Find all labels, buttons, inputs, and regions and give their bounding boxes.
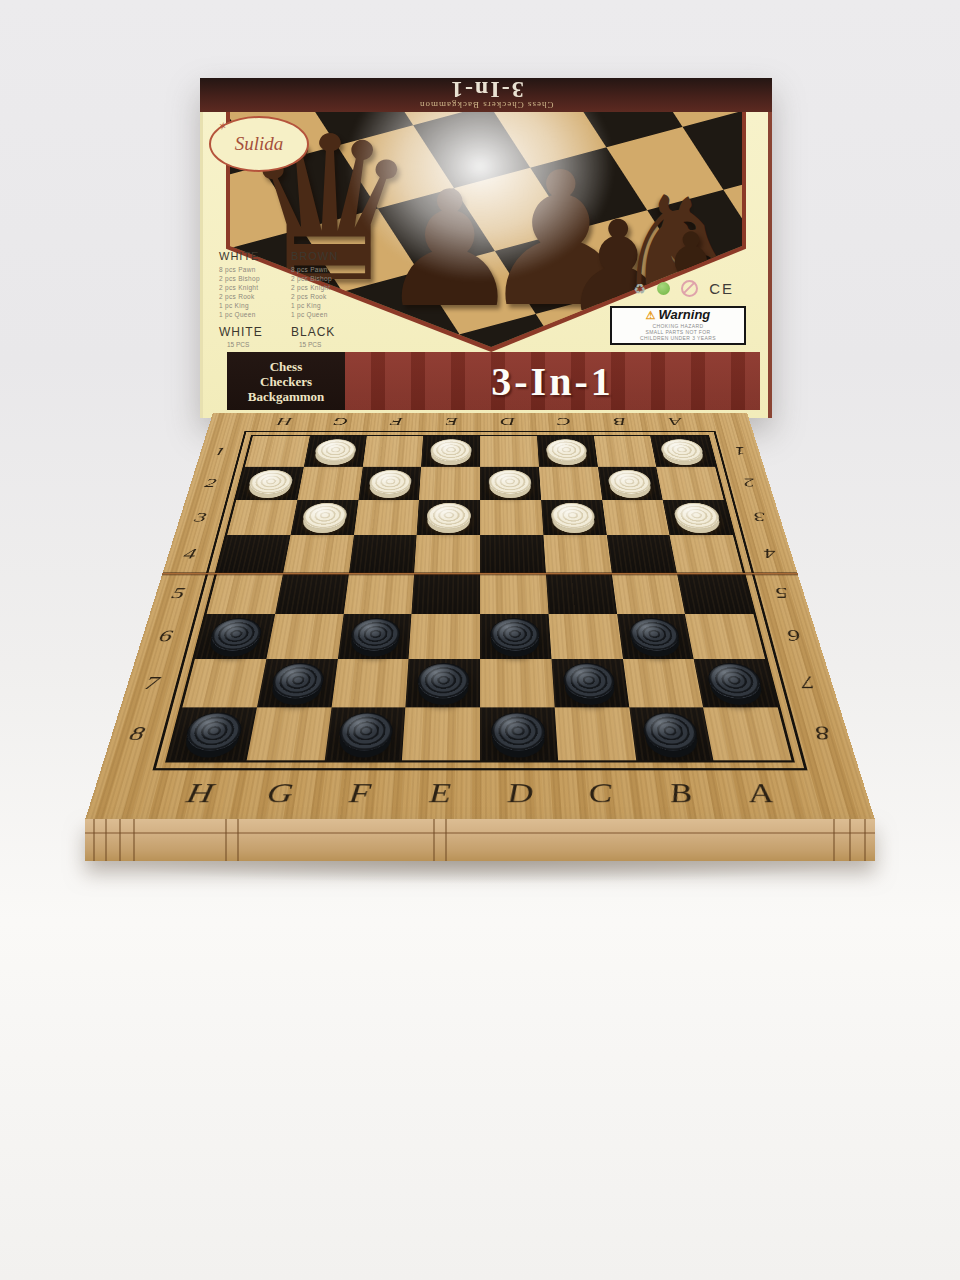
black-checker-E7[interactable] [417,663,469,699]
box-top-title: 3-In-1 [449,80,524,100]
square-F2[interactable] [358,467,421,500]
black-checker-F8[interactable] [337,712,394,751]
edge-groove [237,819,239,861]
contents-footer-col1-value: 15 PCS [227,341,299,348]
square-D7[interactable] [480,659,554,708]
box-front-panel: ♛ ♟ ♟ ♟ ♞ ♟ ✶ Sulida WHITE BROWN 8 pcs P [200,112,772,418]
square-A4[interactable] [670,535,743,573]
square-H5[interactable] [207,573,283,614]
contents-cell: 1 pc Queen [291,311,379,318]
box-top-subtitle: Chess Checkers Backgammon [419,100,553,110]
board-front-edge [85,819,875,861]
warning-label: ⚠ Warning CHOKING HAZARD SMALL PARTS NOT… [610,306,746,345]
square-C5[interactable] [546,573,617,614]
edge-groove [433,819,435,861]
game-name: Chess [270,359,303,374]
edge-groove [93,819,95,861]
column-label-bottom: B [637,769,725,818]
square-G1[interactable] [304,436,367,467]
square-G7[interactable] [257,659,338,708]
fold-seam [162,572,798,575]
square-F3[interactable] [354,500,420,535]
square-D3[interactable] [480,500,543,535]
games-list-block: Chess Checkers Backgammon [227,352,345,410]
contents-cell: 1 pc King [291,302,379,309]
board-shadow [70,858,890,884]
edge-groove [119,819,121,861]
contents-cell: 2 pcs Bishop [291,275,379,282]
board-squares [165,435,795,762]
black-checker-A7[interactable] [705,663,764,699]
square-C2[interactable] [539,467,602,500]
column-label-top: B [591,413,650,431]
square-C3[interactable] [541,500,607,535]
white-checker-C1[interactable] [545,439,588,461]
white-checker-E3[interactable] [426,503,470,529]
square-C1[interactable] [537,436,598,467]
square-D4[interactable] [480,535,546,573]
black-checker-H6[interactable] [207,618,264,651]
prohibition-icon [681,280,698,297]
square-F1[interactable] [362,436,423,467]
black-checker-D6[interactable] [490,618,540,651]
white-checker-H2[interactable] [247,470,295,494]
warning-line: CHILDREN UNDER 3 YEARS [614,335,742,341]
edge-groove [105,819,107,861]
square-E8[interactable] [402,707,480,760]
bottom-labels: HGFEDCBA [153,769,806,818]
black-checker-H8[interactable] [182,712,244,751]
product-box: 3-In-1 Chess Checkers Backgammon ♛ ♟ ♟ ♟… [200,78,772,418]
black-checker-B6[interactable] [627,618,681,651]
square-G6[interactable] [266,614,343,659]
board-frame [152,431,807,770]
square-G3[interactable] [290,500,358,535]
column-label-bottom: D [480,769,562,818]
square-G5[interactable] [275,573,349,614]
square-D5[interactable] [480,573,548,614]
square-C8[interactable] [554,707,635,760]
title-band: Chess Checkers Backgammon 3-In-1 [227,352,760,410]
square-E6[interactable] [409,614,480,659]
column-label-top: G [311,413,370,431]
contents-list: WHITE BROWN 8 pcs Pawn8 pcs Pawn2 pcs Bi… [219,250,379,348]
edge-groove [445,819,447,861]
black-checker-F6[interactable] [349,618,401,651]
contents-col2-header: BROWN [291,250,379,262]
edge-groove [849,819,851,861]
contents-cell: 1 pc Queen [219,311,291,318]
white-checker-D2[interactable] [489,470,532,494]
ce-mark: CE [709,280,734,297]
warning-triangle-icon: ⚠ [646,308,656,322]
column-label-top: H [254,413,314,431]
square-G8[interactable] [246,707,331,760]
black-checker-B8[interactable] [641,712,701,751]
square-A2[interactable] [656,467,723,500]
white-checker-F2[interactable] [368,470,412,494]
white-checker-C3[interactable] [550,503,596,529]
contents-cell: 1 pc King [219,302,291,309]
column-label-bottom: G [235,769,323,818]
square-H2[interactable] [236,467,303,500]
contents-cell: 2 pcs Knight [219,284,291,291]
square-D8[interactable] [480,707,558,760]
column-label-bottom: H [153,769,244,818]
contents-rows: 8 pcs Pawn8 pcs Pawn2 pcs Bishop2 pcs Bi… [219,266,379,318]
column-label-bottom: C [558,769,643,818]
square-F8[interactable] [324,707,405,760]
square-C4[interactable] [543,535,611,573]
cert-icons: ♻ CE [634,280,734,297]
square-H8[interactable] [169,707,257,760]
black-checker-D8[interactable] [491,712,546,751]
column-label-top: E [424,413,480,431]
square-C6[interactable] [548,614,622,659]
square-B5[interactable] [611,573,685,614]
black-checker-C7[interactable] [562,663,617,699]
square-D6[interactable] [480,614,551,659]
top-labels: HGFEDCBA [254,413,706,431]
column-label-top: C [535,413,593,431]
square-D1[interactable] [480,436,539,467]
square-A5[interactable] [677,573,753,614]
column-label-bottom: A [715,769,806,818]
square-H6[interactable] [195,614,275,659]
square-E4[interactable] [414,535,480,573]
edge-groove [133,819,135,861]
square-B7[interactable] [623,659,704,708]
product-title-block: 3-In-1 [345,352,760,410]
square-G2[interactable] [297,467,362,500]
column-label-top: A [646,413,706,431]
contents-cell: 8 pcs Pawn [219,266,291,273]
white-checker-G1[interactable] [313,439,357,461]
column-label-bottom: F [317,769,402,818]
square-F5[interactable] [343,573,414,614]
column-label-top: D [480,413,536,431]
square-E5[interactable] [412,573,480,614]
square-B2[interactable] [598,467,663,500]
edge-groove [833,819,835,861]
square-A1[interactable] [650,436,715,467]
square-C7[interactable] [551,659,629,708]
white-checker-A1[interactable] [659,439,705,461]
square-B6[interactable] [617,614,694,659]
contents-footer-col1: WHITE [219,325,291,339]
edge-groove [864,819,866,861]
square-H3[interactable] [227,500,297,535]
square-A7[interactable] [694,659,778,708]
square-A3[interactable] [663,500,733,535]
contents-cell: 2 pcs Bishop [219,275,291,282]
contents-cell: 8 pcs Pawn [291,266,379,273]
square-E7[interactable] [406,659,480,708]
square-E2[interactable] [419,467,480,500]
box-top-panel: 3-In-1 Chess Checkers Backgammon [200,78,772,112]
white-checker-B2[interactable] [607,470,653,494]
photo-backdrop: 3-In-1 Chess Checkers Backgammon ♛ ♟ ♟ ♟… [0,0,960,1280]
square-A8[interactable] [703,707,791,760]
square-B8[interactable] [629,707,714,760]
contents-cell: 2 pcs Rook [219,293,291,300]
square-H7[interactable] [182,659,266,708]
warning-title: Warning [659,308,711,322]
photo-glare [345,112,615,282]
square-B4[interactable] [606,535,677,573]
square-G4[interactable] [283,535,354,573]
checkers-board: HGFEDCBA HGFEDCBA 12345678 12345678 [85,413,875,820]
game-name: Backgammon [248,389,325,404]
white-checker-E1[interactable] [430,439,471,461]
star-icon: ✶ [217,120,226,133]
contents-cell: 2 pcs Knight [291,284,379,291]
square-A6[interactable] [685,614,765,659]
square-E1[interactable] [421,436,480,467]
contents-footer-col2-value: 15 PCS [299,341,379,348]
square-E3[interactable] [417,500,480,535]
black-checker-G7[interactable] [269,663,326,699]
game-name: Checkers [260,374,312,389]
column-label-top: F [367,413,425,431]
square-F4[interactable] [349,535,417,573]
product-title: 3-In-1 [491,358,613,405]
edge-groove [225,819,227,861]
column-label-bottom: E [398,769,480,818]
white-checker-A3[interactable] [672,503,722,529]
brand-logo: ✶ Sulida [209,116,309,172]
square-H1[interactable] [245,436,310,467]
square-H4[interactable] [217,535,290,573]
contents-col1-header: WHITE [219,250,291,262]
square-B1[interactable] [594,436,657,467]
recycle-icon: ♻ [634,281,647,297]
green-dot-icon [657,282,670,295]
white-checker-G3[interactable] [301,503,349,529]
square-F7[interactable] [331,659,409,708]
square-D2[interactable] [480,467,541,500]
contents-cell: 2 pcs Rook [291,293,379,300]
contents-footer-col2: BLACK [291,325,379,339]
square-F6[interactable] [337,614,411,659]
square-B3[interactable] [602,500,670,535]
brand-name: Sulida [235,133,284,155]
